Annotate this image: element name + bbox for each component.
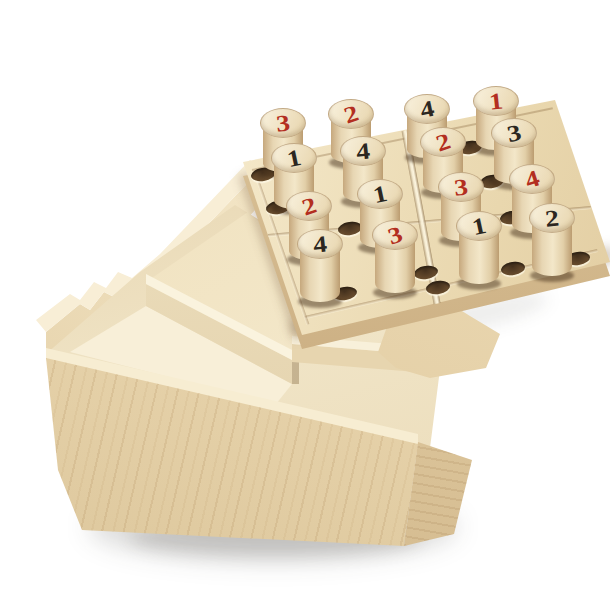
pegs-layer: 3241142321344312 (0, 0, 610, 610)
peg-number: 4 (297, 230, 343, 258)
peg-number: 1 (473, 87, 519, 115)
peg-number: 2 (529, 204, 575, 232)
peg-number: 3 (260, 109, 306, 137)
peg-number: 3 (438, 173, 484, 201)
peg-number: 4 (340, 137, 386, 165)
peg-r4c3-black-1[interactable]: 1 (456, 211, 504, 292)
peg-r4c2-red-3[interactable]: 3 (372, 220, 420, 301)
peg-r4c1-black-4[interactable]: 4 (297, 229, 345, 310)
product-photo-wooden-sudoku-game: 3241142321344312 (0, 0, 610, 610)
peg-r4c4-black-2[interactable]: 2 (529, 203, 577, 284)
